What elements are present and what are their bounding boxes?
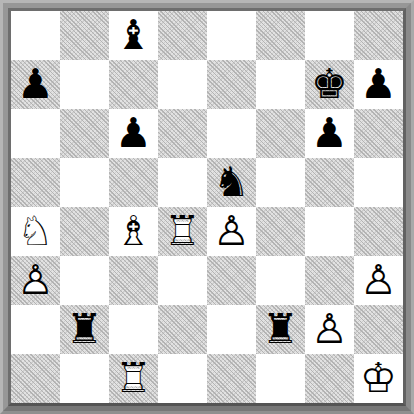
square-d5	[158, 158, 207, 207]
square-a4: ♞♘	[11, 207, 60, 256]
square-c4: ♝♗	[109, 207, 158, 256]
square-a7: ♟	[11, 60, 60, 109]
piece-black-pawn-g6: ♟	[305, 109, 354, 158]
piece-black-rook-f2: ♜	[256, 305, 305, 354]
square-f5	[256, 158, 305, 207]
diagram-frame: ♝♟♚♟♟♟♞♞♘♝♗♜♖♟♙♟♙♟♙♜♜♟♙♜♖♚♔	[0, 0, 414, 414]
square-f8	[256, 11, 305, 60]
piece-white-pawn-g2: ♟♙	[305, 305, 354, 354]
square-e6	[207, 109, 256, 158]
black-pawn-icon: ♟	[11, 60, 60, 109]
square-c6: ♟	[109, 109, 158, 158]
square-e2	[207, 305, 256, 354]
square-g7: ♚	[305, 60, 354, 109]
square-h5	[354, 158, 403, 207]
square-c8: ♝	[109, 11, 158, 60]
square-h2	[354, 305, 403, 354]
piece-white-pawn-h3: ♟♙	[354, 256, 403, 305]
square-g3	[305, 256, 354, 305]
square-f4	[256, 207, 305, 256]
diagram-frame-mid: ♝♟♚♟♟♟♞♞♘♝♗♜♖♟♙♟♙♟♙♜♜♟♙♜♖♚♔	[3, 3, 411, 411]
square-h4	[354, 207, 403, 256]
square-d8	[158, 11, 207, 60]
square-b6	[60, 109, 109, 158]
square-e3	[207, 256, 256, 305]
square-c5	[109, 158, 158, 207]
square-a6	[11, 109, 60, 158]
white-bishop-icon: ♗	[109, 207, 158, 256]
square-a1	[11, 354, 60, 403]
black-rook-icon: ♜	[256, 305, 305, 354]
square-e7	[207, 60, 256, 109]
piece-black-king-g7: ♚	[305, 60, 354, 109]
white-pawn-icon: ♙	[305, 305, 354, 354]
white-rook-icon: ♖	[109, 354, 158, 403]
white-knight-icon: ♘	[11, 207, 60, 256]
square-e1	[207, 354, 256, 403]
square-f7	[256, 60, 305, 109]
piece-black-pawn-a7: ♟	[11, 60, 60, 109]
black-king-icon: ♚	[305, 60, 354, 109]
square-e4: ♟♙	[207, 207, 256, 256]
square-h8	[354, 11, 403, 60]
piece-white-rook-d4: ♜♖	[158, 207, 207, 256]
square-f2: ♜	[256, 305, 305, 354]
square-a3: ♟♙	[11, 256, 60, 305]
square-b8	[60, 11, 109, 60]
square-h3: ♟♙	[354, 256, 403, 305]
diagram-frame-inner: ♝♟♚♟♟♟♞♞♘♝♗♜♖♟♙♟♙♟♙♜♜♟♙♜♖♚♔	[8, 8, 406, 406]
square-g2: ♟♙	[305, 305, 354, 354]
white-rook-icon: ♖	[158, 207, 207, 256]
square-g8	[305, 11, 354, 60]
piece-black-rook-b2: ♜	[60, 305, 109, 354]
piece-white-rook-c1: ♜♖	[109, 354, 158, 403]
square-d2	[158, 305, 207, 354]
piece-white-knight-a4: ♞♘	[11, 207, 60, 256]
square-d3	[158, 256, 207, 305]
black-pawn-icon: ♟	[109, 109, 158, 158]
square-b7	[60, 60, 109, 109]
white-pawn-icon: ♙	[11, 256, 60, 305]
piece-white-bishop-c4: ♝♗	[109, 207, 158, 256]
black-knight-icon: ♞	[207, 158, 256, 207]
square-h7: ♟	[354, 60, 403, 109]
white-king-icon: ♔	[354, 354, 403, 403]
white-pawn-icon: ♙	[354, 256, 403, 305]
square-g1	[305, 354, 354, 403]
square-b2: ♜	[60, 305, 109, 354]
square-b3	[60, 256, 109, 305]
black-pawn-icon: ♟	[354, 60, 403, 109]
piece-black-bishop-c8: ♝	[109, 11, 158, 60]
square-c2	[109, 305, 158, 354]
piece-white-king-h1: ♚♔	[354, 354, 403, 403]
square-f3	[256, 256, 305, 305]
black-pawn-icon: ♟	[305, 109, 354, 158]
black-bishop-icon: ♝	[109, 11, 158, 60]
square-e5: ♞	[207, 158, 256, 207]
square-b1	[60, 354, 109, 403]
square-d7	[158, 60, 207, 109]
square-a5	[11, 158, 60, 207]
square-g4	[305, 207, 354, 256]
black-rook-icon: ♜	[60, 305, 109, 354]
square-c1: ♜♖	[109, 354, 158, 403]
square-a8	[11, 11, 60, 60]
square-c3	[109, 256, 158, 305]
square-g6: ♟	[305, 109, 354, 158]
square-d1	[158, 354, 207, 403]
piece-black-pawn-c6: ♟	[109, 109, 158, 158]
piece-white-pawn-a3: ♟♙	[11, 256, 60, 305]
square-a2	[11, 305, 60, 354]
square-b4	[60, 207, 109, 256]
square-h1: ♚♔	[354, 354, 403, 403]
square-d6	[158, 109, 207, 158]
square-h6	[354, 109, 403, 158]
piece-black-pawn-h7: ♟	[354, 60, 403, 109]
square-f6	[256, 109, 305, 158]
square-e8	[207, 11, 256, 60]
chess-board: ♝♟♚♟♟♟♞♞♘♝♗♜♖♟♙♟♙♟♙♜♜♟♙♜♖♚♔	[11, 11, 403, 403]
square-b5	[60, 158, 109, 207]
white-pawn-icon: ♙	[207, 207, 256, 256]
square-f1	[256, 354, 305, 403]
square-d4: ♜♖	[158, 207, 207, 256]
square-c7	[109, 60, 158, 109]
piece-white-pawn-e4: ♟♙	[207, 207, 256, 256]
piece-black-knight-e5: ♞	[207, 158, 256, 207]
square-g5	[305, 158, 354, 207]
